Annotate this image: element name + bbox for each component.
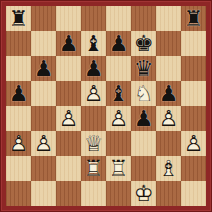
square-f6[interactable]: ♛	[131, 56, 156, 81]
white-pawn[interactable]: ♟♙	[181, 131, 206, 156]
white-pawn[interactable]: ♟♙	[81, 81, 106, 106]
square-g6[interactable]	[156, 56, 181, 81]
square-e2[interactable]: ♜♖	[106, 156, 131, 181]
black-pawn[interactable]: ♟	[6, 81, 31, 106]
square-e4[interactable]: ♟♙	[106, 106, 131, 131]
white-rook[interactable]: ♜♖	[106, 156, 131, 181]
square-d5[interactable]: ♟♙	[81, 81, 106, 106]
white-pawn[interactable]: ♟♙	[6, 131, 31, 156]
square-b8[interactable]	[31, 6, 56, 31]
square-d6[interactable]: ♟	[81, 56, 106, 81]
square-h6[interactable]	[181, 56, 206, 81]
square-c2[interactable]	[56, 156, 81, 181]
square-a3[interactable]: ♟♙	[6, 131, 31, 156]
square-c8[interactable]	[56, 6, 81, 31]
square-c1[interactable]	[56, 181, 81, 206]
black-bishop[interactable]: ♝	[106, 81, 131, 106]
square-b4[interactable]	[31, 106, 56, 131]
square-g7[interactable]	[156, 31, 181, 56]
square-e8[interactable]	[106, 6, 131, 31]
square-g2[interactable]: ♝♗	[156, 156, 181, 181]
square-f4[interactable]: ♟	[131, 106, 156, 131]
square-d4[interactable]	[81, 106, 106, 131]
white-pawn[interactable]: ♟♙	[106, 106, 131, 131]
black-pawn[interactable]: ♟	[156, 81, 181, 106]
square-b7[interactable]	[31, 31, 56, 56]
square-a7[interactable]	[6, 31, 31, 56]
white-bishop[interactable]: ♝♗	[156, 156, 181, 181]
square-d3[interactable]: ♛♕	[81, 131, 106, 156]
square-c7[interactable]: ♟	[56, 31, 81, 56]
white-queen[interactable]: ♛♕	[81, 131, 106, 156]
square-f2[interactable]	[131, 156, 156, 181]
square-c5[interactable]	[56, 81, 81, 106]
square-e7[interactable]: ♟	[106, 31, 131, 56]
black-pawn[interactable]: ♟	[31, 56, 56, 81]
square-d1[interactable]	[81, 181, 106, 206]
chess-board: ♜♜♟♝♟♚♟♟♛♟♟♙♝♞♘♟♟♙♟♙♟♟♙♟♙♟♙♛♕♟♙♜♖♜♖♝♗♚♔	[6, 6, 206, 206]
square-d2[interactable]: ♜♖	[81, 156, 106, 181]
square-h5[interactable]	[181, 81, 206, 106]
square-b6[interactable]: ♟	[31, 56, 56, 81]
square-e5[interactable]: ♝	[106, 81, 131, 106]
board-frame: ♜♜♟♝♟♚♟♟♛♟♟♙♝♞♘♟♟♙♟♙♟♟♙♟♙♟♙♛♕♟♙♜♖♜♖♝♗♚♔	[0, 0, 212, 212]
black-pawn[interactable]: ♟	[81, 56, 106, 81]
white-knight[interactable]: ♞♘	[131, 81, 156, 106]
square-g3[interactable]	[156, 131, 181, 156]
black-queen[interactable]: ♛	[131, 56, 156, 81]
square-f1[interactable]: ♚♔	[131, 181, 156, 206]
square-h1[interactable]	[181, 181, 206, 206]
black-rook[interactable]: ♜	[6, 6, 31, 31]
square-f3[interactable]	[131, 131, 156, 156]
square-b1[interactable]	[31, 181, 56, 206]
white-pawn[interactable]: ♟♙	[56, 106, 81, 131]
square-c4[interactable]: ♟♙	[56, 106, 81, 131]
square-f5[interactable]: ♞♘	[131, 81, 156, 106]
square-c3[interactable]	[56, 131, 81, 156]
black-pawn[interactable]: ♟	[131, 106, 156, 131]
square-d8[interactable]	[81, 6, 106, 31]
square-f8[interactable]	[131, 6, 156, 31]
black-pawn[interactable]: ♟	[106, 31, 131, 56]
square-g5[interactable]: ♟	[156, 81, 181, 106]
square-a8[interactable]: ♜	[6, 6, 31, 31]
square-h8[interactable]: ♜	[181, 6, 206, 31]
square-d7[interactable]: ♝	[81, 31, 106, 56]
white-pawn[interactable]: ♟♙	[156, 106, 181, 131]
square-g1[interactable]	[156, 181, 181, 206]
white-king[interactable]: ♚♔	[131, 181, 156, 206]
square-c6[interactable]	[56, 56, 81, 81]
square-e1[interactable]	[106, 181, 131, 206]
square-g4[interactable]: ♟♙	[156, 106, 181, 131]
square-b2[interactable]	[31, 156, 56, 181]
square-f7[interactable]: ♚	[131, 31, 156, 56]
square-g8[interactable]	[156, 6, 181, 31]
square-h3[interactable]: ♟♙	[181, 131, 206, 156]
square-a2[interactable]	[6, 156, 31, 181]
square-a1[interactable]	[6, 181, 31, 206]
square-e3[interactable]	[106, 131, 131, 156]
black-pawn[interactable]: ♟	[56, 31, 81, 56]
white-pawn[interactable]: ♟♙	[31, 131, 56, 156]
square-h2[interactable]	[181, 156, 206, 181]
square-e6[interactable]	[106, 56, 131, 81]
square-a4[interactable]	[6, 106, 31, 131]
square-h4[interactable]	[181, 106, 206, 131]
square-a5[interactable]: ♟	[6, 81, 31, 106]
square-b5[interactable]	[31, 81, 56, 106]
black-rook[interactable]: ♜	[181, 6, 206, 31]
square-a6[interactable]	[6, 56, 31, 81]
black-king[interactable]: ♚	[131, 31, 156, 56]
white-rook[interactable]: ♜♖	[81, 156, 106, 181]
square-b3[interactable]: ♟♙	[31, 131, 56, 156]
square-h7[interactable]	[181, 31, 206, 56]
black-bishop[interactable]: ♝	[81, 31, 106, 56]
